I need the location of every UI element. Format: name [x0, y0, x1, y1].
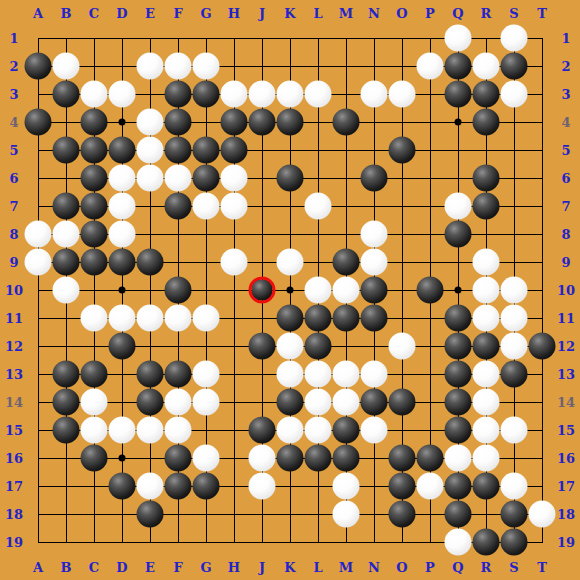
black-stone: [193, 81, 220, 108]
black-stone: [165, 193, 192, 220]
white-stone: [221, 165, 248, 192]
black-stone: [389, 137, 416, 164]
black-stone: [277, 305, 304, 332]
black-stone: [389, 389, 416, 416]
black-stone: [473, 529, 500, 556]
column-label-bottom: B: [61, 561, 72, 574]
black-stone: [81, 445, 108, 472]
row-label-left: 1: [9, 32, 18, 45]
black-stone: [81, 109, 108, 136]
black-stone: [165, 137, 192, 164]
white-stone: [417, 53, 444, 80]
black-stone: [193, 473, 220, 500]
black-stone: [445, 361, 472, 388]
white-stone: [389, 333, 416, 360]
black-stone: [109, 473, 136, 500]
white-stone: [53, 221, 80, 248]
black-stone: [501, 361, 528, 388]
white-stone: [305, 417, 332, 444]
row-label-left: 18: [5, 508, 23, 521]
black-stone: [53, 81, 80, 108]
column-label-top: T: [537, 7, 547, 20]
row-label-right: 16: [557, 452, 575, 465]
white-stone: [501, 333, 528, 360]
white-stone: [501, 25, 528, 52]
white-stone: [249, 81, 276, 108]
white-stone: [193, 389, 220, 416]
white-stone: [193, 445, 220, 472]
white-stone: [529, 501, 556, 528]
star-point: [455, 119, 462, 126]
white-stone: [333, 501, 360, 528]
white-stone: [277, 81, 304, 108]
black-stone: [473, 165, 500, 192]
black-stone: [473, 473, 500, 500]
row-label-left: 7: [9, 200, 18, 213]
column-label-bottom: T: [537, 561, 547, 574]
black-stone: [333, 445, 360, 472]
column-label-bottom: K: [284, 561, 295, 574]
black-stone: [501, 529, 528, 556]
white-stone: [473, 277, 500, 304]
star-point: [119, 287, 126, 294]
white-stone: [361, 361, 388, 388]
row-label-left: 6: [9, 172, 18, 185]
white-stone: [193, 53, 220, 80]
column-label-top: A: [33, 7, 43, 20]
row-label-right: 13: [557, 368, 575, 381]
white-stone: [305, 389, 332, 416]
black-stone: [249, 417, 276, 444]
white-stone: [473, 305, 500, 332]
row-label-right: 17: [557, 480, 575, 493]
white-stone: [305, 361, 332, 388]
black-stone: [53, 417, 80, 444]
white-stone: [193, 305, 220, 332]
column-label-bottom: S: [509, 561, 518, 574]
white-stone: [445, 193, 472, 220]
black-stone: [445, 473, 472, 500]
row-label-left: 19: [5, 536, 23, 549]
white-stone: [137, 53, 164, 80]
row-label-left: 16: [5, 452, 23, 465]
black-stone: [445, 221, 472, 248]
column-label-top: R: [481, 7, 492, 20]
column-label-top: G: [200, 7, 211, 20]
black-stone: [473, 193, 500, 220]
row-label-right: 18: [557, 508, 575, 521]
column-label-bottom: D: [116, 561, 127, 574]
black-stone: [165, 109, 192, 136]
black-stone: [277, 445, 304, 472]
white-stone: [361, 221, 388, 248]
row-label-right: 4: [561, 116, 570, 129]
white-stone: [109, 165, 136, 192]
black-stone: [445, 333, 472, 360]
black-stone: [81, 361, 108, 388]
row-label-right: 6: [561, 172, 570, 185]
column-label-top: N: [368, 7, 380, 20]
white-stone: [445, 445, 472, 472]
black-stone: [361, 277, 388, 304]
black-stone: [193, 165, 220, 192]
go-app: { "game": "go", "board": { "size": 19, "…: [0, 0, 580, 580]
row-label-left: 5: [9, 144, 18, 157]
black-stone: [137, 361, 164, 388]
black-stone: [529, 333, 556, 360]
white-stone: [109, 193, 136, 220]
black-stone: [137, 249, 164, 276]
column-label-bottom: O: [396, 561, 407, 574]
row-label-right: 9: [561, 256, 570, 269]
black-stone: [361, 389, 388, 416]
black-stone: [501, 53, 528, 80]
black-stone: [81, 249, 108, 276]
white-stone: [221, 81, 248, 108]
column-label-top: K: [284, 7, 295, 20]
black-stone: [25, 109, 52, 136]
white-stone: [277, 361, 304, 388]
black-stone: [501, 501, 528, 528]
column-label-bottom: Q: [452, 561, 463, 574]
white-stone: [333, 389, 360, 416]
black-stone: [137, 389, 164, 416]
black-stone: [249, 109, 276, 136]
column-label-bottom: C: [89, 561, 99, 574]
black-stone: [165, 473, 192, 500]
white-stone: [473, 53, 500, 80]
black-stone: [417, 277, 444, 304]
black-stone: [333, 249, 360, 276]
black-stone: [389, 445, 416, 472]
black-stone: [81, 193, 108, 220]
star-point: [119, 455, 126, 462]
black-stone: [165, 277, 192, 304]
black-stone: [473, 81, 500, 108]
black-stone: [81, 137, 108, 164]
column-label-top: F: [173, 7, 182, 20]
black-stone: [305, 305, 332, 332]
black-stone: [165, 361, 192, 388]
black-stone: [277, 389, 304, 416]
column-label-bottom: R: [481, 561, 492, 574]
row-label-left: 14: [5, 396, 23, 409]
black-stone: [417, 445, 444, 472]
black-stone: [221, 137, 248, 164]
white-stone: [305, 81, 332, 108]
row-label-left: 13: [5, 368, 23, 381]
column-label-top: O: [396, 7, 407, 20]
column-label-top: Q: [452, 7, 463, 20]
column-label-top: E: [145, 7, 155, 20]
black-stone: [277, 109, 304, 136]
row-label-left: 10: [5, 284, 23, 297]
column-label-bottom: H: [228, 561, 240, 574]
row-label-left: 9: [9, 256, 18, 269]
white-stone: [137, 165, 164, 192]
black-stone: [53, 361, 80, 388]
column-label-top: D: [116, 7, 127, 20]
black-stone: [81, 221, 108, 248]
white-stone: [81, 81, 108, 108]
white-stone: [501, 417, 528, 444]
white-stone: [473, 361, 500, 388]
black-stone: [137, 501, 164, 528]
column-label-bottom: M: [339, 561, 353, 574]
row-label-left: 8: [9, 228, 18, 241]
row-label-right: 1: [561, 32, 570, 45]
white-stone: [165, 417, 192, 444]
white-stone: [277, 333, 304, 360]
black-stone: [25, 53, 52, 80]
star-point: [455, 287, 462, 294]
column-label-bottom: E: [145, 561, 155, 574]
black-stone: [53, 249, 80, 276]
black-stone: [445, 81, 472, 108]
row-label-left: 11: [5, 312, 23, 325]
black-stone: [81, 165, 108, 192]
black-stone: [165, 445, 192, 472]
white-stone: [417, 473, 444, 500]
black-stone: [53, 137, 80, 164]
column-label-bottom: F: [173, 561, 182, 574]
white-stone: [501, 305, 528, 332]
white-stone: [473, 389, 500, 416]
black-stone: [333, 305, 360, 332]
black-stone-last-move: [249, 277, 276, 304]
row-label-left: 3: [9, 88, 18, 101]
black-stone: [445, 305, 472, 332]
row-label-left: 12: [5, 340, 23, 353]
column-label-top: M: [339, 7, 353, 20]
white-stone: [81, 417, 108, 444]
white-stone: [109, 221, 136, 248]
white-stone: [361, 81, 388, 108]
white-stone: [473, 249, 500, 276]
row-label-left: 15: [5, 424, 23, 437]
white-stone: [473, 417, 500, 444]
row-label-right: 8: [561, 228, 570, 241]
row-label-right: 2: [561, 60, 570, 73]
white-stone: [473, 445, 500, 472]
white-stone: [501, 473, 528, 500]
white-stone: [445, 529, 472, 556]
black-stone: [53, 193, 80, 220]
white-stone: [25, 249, 52, 276]
row-label-left: 2: [9, 60, 18, 73]
white-stone: [137, 109, 164, 136]
black-stone: [193, 137, 220, 164]
column-label-bottom: J: [259, 561, 265, 574]
column-label-bottom: A: [33, 561, 43, 574]
white-stone: [333, 473, 360, 500]
row-label-right: 7: [561, 200, 570, 213]
column-label-top: H: [228, 7, 240, 20]
white-stone: [501, 81, 528, 108]
black-stone: [333, 417, 360, 444]
black-stone: [361, 305, 388, 332]
black-stone: [445, 501, 472, 528]
column-label-top: L: [313, 7, 322, 20]
black-stone: [221, 109, 248, 136]
row-label-right: 19: [557, 536, 575, 549]
black-stone: [53, 389, 80, 416]
column-label-top: P: [425, 7, 435, 20]
column-label-bottom: G: [200, 561, 211, 574]
white-stone: [249, 473, 276, 500]
black-stone: [445, 53, 472, 80]
black-stone: [305, 333, 332, 360]
black-stone: [277, 165, 304, 192]
black-stone: [445, 389, 472, 416]
black-stone: [333, 109, 360, 136]
column-label-top: B: [61, 7, 72, 20]
row-label-right: 3: [561, 88, 570, 101]
white-stone: [53, 277, 80, 304]
white-stone: [221, 249, 248, 276]
row-label-right: 5: [561, 144, 570, 157]
black-stone: [389, 501, 416, 528]
white-stone: [165, 389, 192, 416]
black-stone: [109, 333, 136, 360]
white-stone: [333, 361, 360, 388]
row-label-right: 15: [557, 424, 575, 437]
black-stone: [445, 417, 472, 444]
white-stone: [165, 305, 192, 332]
white-stone: [333, 277, 360, 304]
white-stone: [221, 193, 248, 220]
white-stone: [109, 417, 136, 444]
white-stone: [137, 417, 164, 444]
column-label-top: C: [89, 7, 99, 20]
row-label-right: 11: [557, 312, 575, 325]
white-stone: [361, 249, 388, 276]
white-stone: [193, 193, 220, 220]
black-stone: [109, 249, 136, 276]
grid-line-vertical: [542, 38, 543, 543]
white-stone: [501, 277, 528, 304]
row-label-right: 14: [557, 396, 575, 409]
black-stone: [165, 81, 192, 108]
white-stone: [305, 193, 332, 220]
white-stone: [277, 249, 304, 276]
black-stone: [109, 137, 136, 164]
white-stone: [277, 417, 304, 444]
white-stone: [53, 53, 80, 80]
white-stone: [137, 305, 164, 332]
row-label-left: 4: [9, 116, 18, 129]
black-stone: [473, 109, 500, 136]
white-stone: [137, 137, 164, 164]
black-stone: [473, 333, 500, 360]
row-label-right: 12: [557, 340, 575, 353]
column-label-bottom: N: [368, 561, 380, 574]
white-stone: [81, 389, 108, 416]
column-label-top: S: [509, 7, 518, 20]
white-stone: [361, 417, 388, 444]
white-stone: [81, 305, 108, 332]
white-stone: [305, 277, 332, 304]
column-label-bottom: L: [313, 561, 322, 574]
white-stone: [25, 221, 52, 248]
white-stone: [193, 361, 220, 388]
star-point: [287, 287, 294, 294]
black-stone: [361, 165, 388, 192]
black-stone: [389, 473, 416, 500]
black-stone: [305, 445, 332, 472]
white-stone: [109, 305, 136, 332]
star-point: [119, 119, 126, 126]
white-stone: [165, 165, 192, 192]
white-stone: [249, 445, 276, 472]
white-stone: [109, 81, 136, 108]
white-stone: [389, 81, 416, 108]
row-label-right: 10: [557, 284, 575, 297]
column-label-top: J: [259, 7, 265, 20]
white-stone: [445, 25, 472, 52]
row-label-left: 17: [5, 480, 23, 493]
column-label-bottom: P: [425, 561, 435, 574]
white-stone: [165, 53, 192, 80]
go-board[interactable]: AABBCCDDEEFFGGHHJJKKLLMMNNOOPPQQRRSSTT11…: [0, 0, 580, 580]
white-stone: [137, 473, 164, 500]
black-stone: [249, 333, 276, 360]
